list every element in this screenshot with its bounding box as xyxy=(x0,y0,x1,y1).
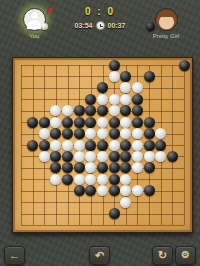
grid-line-horizontal xyxy=(21,202,184,203)
white-stone[interactable] xyxy=(155,151,166,162)
score-separator: : xyxy=(97,6,102,17)
black-stone[interactable] xyxy=(50,151,61,162)
score-box: 0 : 0 03:54 00:37 xyxy=(50,6,150,30)
black-stone[interactable] xyxy=(144,71,155,82)
black-stone[interactable] xyxy=(50,128,61,139)
black-stone[interactable] xyxy=(62,151,73,162)
white-stone[interactable] xyxy=(62,105,73,116)
black-stone[interactable] xyxy=(132,105,143,116)
person-icon-body xyxy=(27,20,41,29)
black-stone[interactable] xyxy=(27,140,38,151)
white-stone[interactable] xyxy=(97,117,108,128)
white-stone[interactable] xyxy=(97,174,108,185)
black-stone[interactable] xyxy=(109,174,120,185)
white-stone[interactable] xyxy=(109,71,120,82)
white-stone[interactable] xyxy=(120,197,131,208)
black-stone[interactable] xyxy=(74,128,85,139)
back-button[interactable]: ← xyxy=(4,246,25,265)
black-stone[interactable] xyxy=(132,117,143,128)
black-stone[interactable] xyxy=(144,128,155,139)
white-stone[interactable] xyxy=(97,94,108,105)
black-stone[interactable] xyxy=(97,140,108,151)
white-stone[interactable] xyxy=(85,162,96,173)
white-stone[interactable] xyxy=(120,117,131,128)
top-bar: !! You 0 : 0 03:54 00:37 Pretty Girl xyxy=(0,0,200,44)
score-right: 0 xyxy=(107,6,115,17)
grid-line-horizontal xyxy=(21,225,184,226)
player-right-avatar[interactable] xyxy=(155,8,178,31)
black-stone[interactable] xyxy=(109,60,120,71)
refresh-button[interactable]: ↻ xyxy=(152,246,173,265)
black-stone[interactable] xyxy=(109,117,120,128)
black-stone[interactable] xyxy=(50,162,61,173)
white-stone[interactable] xyxy=(120,94,131,105)
player-left-name: You xyxy=(6,33,62,40)
black-stone[interactable] xyxy=(132,94,143,105)
black-stone[interactable] xyxy=(85,185,96,196)
timer-left: 03:54 xyxy=(75,22,93,29)
white-stone[interactable] xyxy=(85,151,96,162)
white-stone[interactable] xyxy=(120,174,131,185)
white-stone[interactable] xyxy=(97,151,108,162)
white-stone[interactable] xyxy=(50,174,61,185)
white-stone[interactable] xyxy=(39,151,50,162)
black-stone[interactable] xyxy=(109,151,120,162)
white-stone-badge xyxy=(41,23,48,30)
black-stone[interactable] xyxy=(85,94,96,105)
white-stone[interactable] xyxy=(132,185,143,196)
white-stone[interactable] xyxy=(132,128,143,139)
white-stone[interactable] xyxy=(132,151,143,162)
white-stone[interactable] xyxy=(109,105,120,116)
grid-line-vertical xyxy=(184,65,185,225)
white-stone[interactable] xyxy=(97,128,108,139)
white-stone[interactable] xyxy=(74,151,85,162)
capture-score: 0 : 0 xyxy=(50,6,150,17)
white-stone[interactable] xyxy=(155,128,166,139)
black-stone[interactable] xyxy=(109,128,120,139)
person-icon xyxy=(31,12,38,19)
white-stone[interactable] xyxy=(50,105,61,116)
black-stone[interactable] xyxy=(120,140,131,151)
black-stone[interactable] xyxy=(120,151,131,162)
white-stone[interactable] xyxy=(50,117,61,128)
black-stone[interactable] xyxy=(109,185,120,196)
black-stone[interactable] xyxy=(179,60,190,71)
girl-avatar-hair xyxy=(160,10,173,17)
player-right[interactable]: Pretty Girl xyxy=(138,8,194,40)
white-stone[interactable] xyxy=(109,94,120,105)
black-stone-badge xyxy=(146,22,155,31)
white-stone[interactable] xyxy=(144,151,155,162)
white-stone[interactable] xyxy=(85,174,96,185)
white-stone[interactable] xyxy=(85,128,96,139)
black-stone[interactable] xyxy=(27,117,38,128)
black-stone[interactable] xyxy=(144,117,155,128)
black-stone[interactable] xyxy=(74,117,85,128)
black-stone[interactable] xyxy=(155,140,166,151)
black-stone[interactable] xyxy=(120,105,131,116)
black-stone[interactable] xyxy=(62,117,73,128)
black-stone[interactable] xyxy=(62,128,73,139)
black-stone[interactable] xyxy=(97,105,108,116)
black-stone[interactable] xyxy=(120,162,131,173)
white-stone[interactable] xyxy=(74,140,85,151)
white-stone[interactable] xyxy=(132,162,143,173)
white-stone[interactable] xyxy=(50,140,61,151)
white-stone[interactable] xyxy=(74,174,85,185)
black-stone[interactable] xyxy=(97,82,108,93)
white-stone[interactable] xyxy=(120,128,131,139)
game-board[interactable] xyxy=(12,57,193,233)
game-screen: !! You 0 : 0 03:54 00:37 Pretty Girl xyxy=(0,0,200,266)
timer-right: 00:37 xyxy=(108,22,126,29)
black-stone[interactable] xyxy=(109,162,120,173)
black-stone[interactable] xyxy=(144,185,155,196)
black-stone[interactable] xyxy=(109,208,120,219)
clock-icon xyxy=(96,21,105,30)
white-stone[interactable] xyxy=(132,140,143,151)
white-stone[interactable] xyxy=(39,128,50,139)
black-stone[interactable] xyxy=(120,71,131,82)
black-stone[interactable] xyxy=(74,185,85,196)
black-stone[interactable] xyxy=(85,140,96,151)
undo-button[interactable]: ↶ xyxy=(89,246,110,265)
white-stone[interactable] xyxy=(109,140,120,151)
black-stone[interactable] xyxy=(39,140,50,151)
black-stone[interactable] xyxy=(74,105,85,116)
score-left: 0 xyxy=(85,6,93,17)
white-stone[interactable] xyxy=(120,82,131,93)
white-stone[interactable] xyxy=(97,185,108,196)
white-stone[interactable] xyxy=(120,185,131,196)
player-left-avatar[interactable]: !! xyxy=(23,8,46,31)
black-stone[interactable] xyxy=(144,140,155,151)
settings-button[interactable]: ⚙ xyxy=(175,246,196,265)
player-right-name: Pretty Girl xyxy=(138,33,194,40)
grid-line-horizontal xyxy=(21,214,184,215)
black-stone[interactable] xyxy=(167,151,178,162)
black-stone[interactable] xyxy=(62,174,73,185)
grid-line-vertical xyxy=(172,65,173,225)
black-stone[interactable] xyxy=(62,162,73,173)
black-stone[interactable] xyxy=(97,162,108,173)
white-stone[interactable] xyxy=(132,82,143,93)
black-stone[interactable] xyxy=(39,117,50,128)
black-stone[interactable] xyxy=(144,162,155,173)
white-stone[interactable] xyxy=(62,140,73,151)
black-stone[interactable] xyxy=(85,105,96,116)
black-stone[interactable] xyxy=(74,162,85,173)
timers-row: 03:54 00:37 xyxy=(50,21,150,30)
black-stone[interactable] xyxy=(85,117,96,128)
